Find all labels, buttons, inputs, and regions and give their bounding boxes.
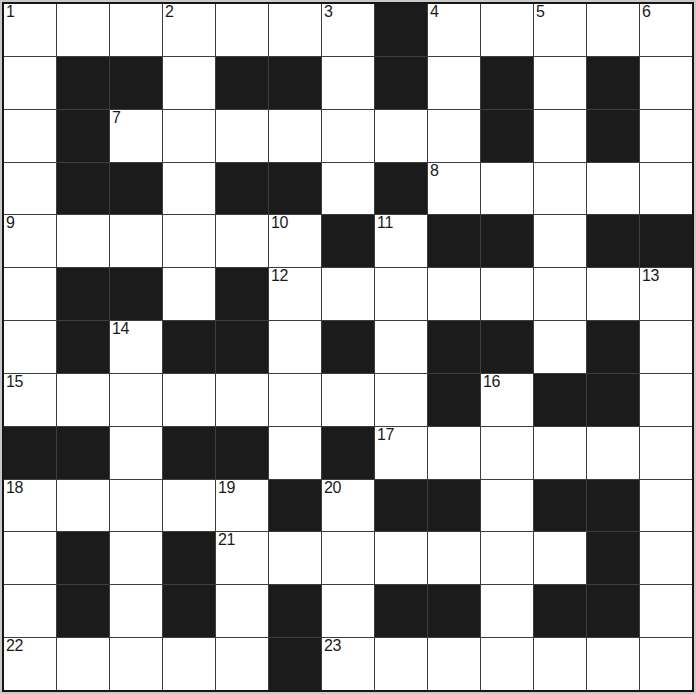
black-cell-r1c8	[375, 4, 427, 56]
black-cell-r2c6	[269, 57, 321, 109]
white-cell-r1c2[interactable]	[57, 4, 109, 56]
white-cell-r1c4[interactable]: 2	[163, 4, 215, 56]
black-cell-r4c5	[216, 163, 268, 215]
white-cell-r6c8[interactable]	[375, 268, 427, 320]
black-cell-r6c3	[110, 268, 162, 320]
clue-number: 21	[218, 532, 235, 549]
black-cell-r9c7	[322, 427, 374, 479]
clue-number: 3	[324, 4, 333, 21]
white-cell-r4c13[interactable]	[640, 163, 692, 215]
white-cell-r5c4[interactable]	[163, 215, 215, 267]
white-cell-r3c8[interactable]	[375, 110, 427, 162]
white-cell-r9c12[interactable]	[587, 427, 639, 479]
clue-number: 20	[324, 480, 341, 497]
black-cell-r9c1	[4, 427, 56, 479]
clue-number: 19	[218, 480, 235, 497]
black-cell-r7c12	[587, 321, 639, 373]
white-cell-r6c9[interactable]	[428, 268, 480, 320]
white-cell-r7c11[interactable]	[534, 321, 586, 373]
black-cell-r10c6	[269, 480, 321, 532]
white-cell-r3c7[interactable]	[322, 110, 374, 162]
white-cell-r3c1[interactable]	[4, 110, 56, 162]
white-cell-r7c13[interactable]	[640, 321, 692, 373]
white-cell-r10c3[interactable]	[110, 480, 162, 532]
clue-number: 2	[165, 4, 174, 21]
white-cell-r9c9[interactable]	[428, 427, 480, 479]
white-cell-r12c13[interactable]	[640, 585, 692, 637]
white-cell-r13c5[interactable]	[216, 638, 268, 690]
white-cell-r1c6[interactable]	[269, 4, 321, 56]
white-cell-r7c3[interactable]: 14	[110, 321, 162, 373]
black-cell-r2c10	[481, 57, 533, 109]
white-cell-r11c7[interactable]	[322, 532, 374, 584]
black-cell-r11c2	[57, 532, 109, 584]
white-cell-r13c8[interactable]	[375, 638, 427, 690]
black-cell-r10c11	[534, 480, 586, 532]
white-cell-r11c11[interactable]	[534, 532, 586, 584]
black-cell-r9c2	[57, 427, 109, 479]
black-cell-r8c11	[534, 374, 586, 426]
white-cell-r10c2[interactable]	[57, 480, 109, 532]
white-cell-r4c12[interactable]	[587, 163, 639, 215]
white-cell-r6c7[interactable]	[322, 268, 374, 320]
clue-number: 18	[6, 480, 23, 497]
white-cell-r7c8[interactable]	[375, 321, 427, 373]
black-cell-r12c6	[269, 585, 321, 637]
white-cell-r12c7[interactable]	[322, 585, 374, 637]
white-cell-r8c5[interactable]	[216, 374, 268, 426]
white-cell-r13c1[interactable]: 22	[4, 638, 56, 690]
white-cell-r1c5[interactable]	[216, 4, 268, 56]
black-cell-r7c9	[428, 321, 480, 373]
white-cell-r1c11[interactable]: 5	[534, 4, 586, 56]
white-cell-r2c4[interactable]	[163, 57, 215, 109]
black-cell-r12c8	[375, 585, 427, 637]
white-cell-r10c4[interactable]	[163, 480, 215, 532]
white-cell-r11c5[interactable]: 21	[216, 532, 268, 584]
black-cell-r7c7	[322, 321, 374, 373]
black-cell-r9c5	[216, 427, 268, 479]
white-cell-r9c10[interactable]	[481, 427, 533, 479]
clue-number: 9	[6, 215, 15, 232]
white-cell-r4c10[interactable]	[481, 163, 533, 215]
black-cell-r2c3	[110, 57, 162, 109]
clue-number: 13	[642, 268, 659, 285]
white-cell-r3c5[interactable]	[216, 110, 268, 162]
white-cell-r13c3[interactable]	[110, 638, 162, 690]
clue-number: 6	[642, 4, 651, 21]
white-cell-r12c5[interactable]	[216, 585, 268, 637]
white-cell-r5c8[interactable]: 11	[375, 215, 427, 267]
black-cell-r7c4	[163, 321, 215, 373]
white-cell-r2c1[interactable]	[4, 57, 56, 109]
black-cell-r11c12	[587, 532, 639, 584]
black-cell-r6c2	[57, 268, 109, 320]
black-cell-r10c9	[428, 480, 480, 532]
white-cell-r13c7[interactable]: 23	[322, 638, 374, 690]
black-cell-r2c12	[587, 57, 639, 109]
white-cell-r7c1[interactable]	[4, 321, 56, 373]
black-cell-r4c8	[375, 163, 427, 215]
white-cell-r7c6[interactable]	[269, 321, 321, 373]
white-cell-r4c7[interactable]	[322, 163, 374, 215]
white-cell-r10c5[interactable]: 19	[216, 480, 268, 532]
white-cell-r5c5[interactable]	[216, 215, 268, 267]
white-cell-r4c1[interactable]	[4, 163, 56, 215]
black-cell-r10c12	[587, 480, 639, 532]
white-cell-r11c8[interactable]	[375, 532, 427, 584]
white-cell-r5c6[interactable]: 10	[269, 215, 321, 267]
white-cell-r3c4[interactable]	[163, 110, 215, 162]
clue-number: 8	[430, 163, 439, 180]
white-cell-r8c2[interactable]	[57, 374, 109, 426]
black-cell-r12c11	[534, 585, 586, 637]
white-cell-r8c8[interactable]	[375, 374, 427, 426]
clue-number: 1	[6, 4, 15, 21]
black-cell-r9c4	[163, 427, 215, 479]
white-cell-r13c4[interactable]	[163, 638, 215, 690]
clue-number: 15	[6, 374, 23, 391]
white-cell-r2c7[interactable]	[322, 57, 374, 109]
white-cell-r1c3[interactable]	[110, 4, 162, 56]
white-cell-r1c12[interactable]	[587, 4, 639, 56]
white-cell-r8c7[interactable]	[322, 374, 374, 426]
white-cell-r12c10[interactable]	[481, 585, 533, 637]
white-cell-r8c6[interactable]	[269, 374, 321, 426]
white-cell-r11c3[interactable]	[110, 532, 162, 584]
black-cell-r5c9	[428, 215, 480, 267]
black-cell-r7c10	[481, 321, 533, 373]
black-cell-r8c12	[587, 374, 639, 426]
white-cell-r9c8[interactable]: 17	[375, 427, 427, 479]
board-frame: 1234567891011121314151617181920212223	[0, 0, 696, 694]
white-cell-r6c13[interactable]: 13	[640, 268, 692, 320]
white-cell-r4c9[interactable]: 8	[428, 163, 480, 215]
white-cell-r12c3[interactable]	[110, 585, 162, 637]
clue-number: 5	[536, 4, 545, 21]
white-cell-r6c10[interactable]	[481, 268, 533, 320]
white-cell-r9c3[interactable]	[110, 427, 162, 479]
clue-number: 4	[430, 4, 439, 21]
white-cell-r8c13[interactable]	[640, 374, 692, 426]
white-cell-r1c7[interactable]: 3	[322, 4, 374, 56]
black-cell-r12c12	[587, 585, 639, 637]
clue-number: 22	[6, 638, 23, 655]
white-cell-r13c11[interactable]	[534, 638, 586, 690]
black-cell-r13c6	[269, 638, 321, 690]
white-cell-r6c6[interactable]: 12	[269, 268, 321, 320]
white-cell-r2c9[interactable]	[428, 57, 480, 109]
clue-number: 12	[271, 268, 288, 285]
clue-number: 16	[483, 374, 500, 391]
black-cell-r4c3	[110, 163, 162, 215]
black-cell-r4c6	[269, 163, 321, 215]
white-cell-r11c13[interactable]	[640, 532, 692, 584]
white-cell-r8c3[interactable]	[110, 374, 162, 426]
white-cell-r1c9[interactable]: 4	[428, 4, 480, 56]
white-cell-r6c1[interactable]	[4, 268, 56, 320]
black-cell-r12c9	[428, 585, 480, 637]
white-cell-r9c11[interactable]	[534, 427, 586, 479]
white-cell-r10c13[interactable]	[640, 480, 692, 532]
black-cell-r5c7	[322, 215, 374, 267]
white-cell-r5c2[interactable]	[57, 215, 109, 267]
black-cell-r12c2	[57, 585, 109, 637]
white-cell-r4c11[interactable]	[534, 163, 586, 215]
white-cell-r10c1[interactable]: 18	[4, 480, 56, 532]
white-cell-r11c9[interactable]	[428, 532, 480, 584]
black-cell-r3c10	[481, 110, 533, 162]
white-cell-r4c4[interactable]	[163, 163, 215, 215]
white-cell-r2c13[interactable]	[640, 57, 692, 109]
white-cell-r5c3[interactable]	[110, 215, 162, 267]
white-cell-r9c6[interactable]	[269, 427, 321, 479]
black-cell-r11c4	[163, 532, 215, 584]
white-cell-r8c10[interactable]: 16	[481, 374, 533, 426]
white-cell-r1c10[interactable]	[481, 4, 533, 56]
black-cell-r2c5	[216, 57, 268, 109]
crossword-board: 1234567891011121314151617181920212223	[2, 2, 694, 692]
white-cell-r12c1[interactable]	[4, 585, 56, 637]
white-cell-r2c11[interactable]	[534, 57, 586, 109]
white-cell-r6c11[interactable]	[534, 268, 586, 320]
black-cell-r8c9	[428, 374, 480, 426]
black-cell-r3c12	[587, 110, 639, 162]
white-cell-r10c7[interactable]: 20	[322, 480, 374, 532]
black-cell-r2c2	[57, 57, 109, 109]
white-cell-r11c6[interactable]	[269, 532, 321, 584]
white-cell-r3c11[interactable]	[534, 110, 586, 162]
white-cell-r13c13[interactable]	[640, 638, 692, 690]
white-cell-r5c1[interactable]: 9	[4, 215, 56, 267]
clue-number: 23	[324, 638, 341, 655]
white-cell-r3c6[interactable]	[269, 110, 321, 162]
white-cell-r3c3[interactable]: 7	[110, 110, 162, 162]
clue-number: 10	[271, 215, 288, 232]
black-cell-r4c2	[57, 163, 109, 215]
black-cell-r5c13	[640, 215, 692, 267]
white-cell-r13c10[interactable]	[481, 638, 533, 690]
white-cell-r9c13[interactable]	[640, 427, 692, 479]
black-cell-r5c12	[587, 215, 639, 267]
white-cell-r6c12[interactable]	[587, 268, 639, 320]
black-cell-r3c2	[57, 110, 109, 162]
white-cell-r3c13[interactable]	[640, 110, 692, 162]
black-cell-r6c5	[216, 268, 268, 320]
white-cell-r3c9[interactable]	[428, 110, 480, 162]
white-cell-r13c12[interactable]	[587, 638, 639, 690]
clue-number: 11	[377, 215, 393, 232]
white-cell-r1c1[interactable]: 1	[4, 4, 56, 56]
black-cell-r10c8	[375, 480, 427, 532]
white-cell-r13c9[interactable]	[428, 638, 480, 690]
black-cell-r5c10	[481, 215, 533, 267]
black-cell-r2c8	[375, 57, 427, 109]
clue-number: 7	[112, 110, 121, 127]
black-cell-r7c2	[57, 321, 109, 373]
black-cell-r12c4	[163, 585, 215, 637]
clue-number: 14	[112, 321, 129, 338]
clue-number: 17	[377, 427, 394, 444]
white-cell-r13c2[interactable]	[57, 638, 109, 690]
white-cell-r5c11[interactable]	[534, 215, 586, 267]
white-cell-r8c1[interactable]: 15	[4, 374, 56, 426]
white-cell-r11c1[interactable]	[4, 532, 56, 584]
white-cell-r8c4[interactable]	[163, 374, 215, 426]
white-cell-r11c10[interactable]	[481, 532, 533, 584]
black-cell-r7c5	[216, 321, 268, 373]
white-cell-r10c10[interactable]	[481, 480, 533, 532]
white-cell-r1c13[interactable]: 6	[640, 4, 692, 56]
white-cell-r6c4[interactable]	[163, 268, 215, 320]
